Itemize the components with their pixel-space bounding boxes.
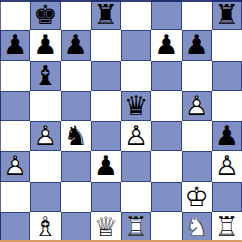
- black-pawn-icon: ♟: [61, 30, 91, 60]
- piece-black-pawn[interactable]: ♟: [212, 121, 242, 151]
- black-pawn-icon: ♟: [151, 30, 181, 60]
- square-a7[interactable]: ♟: [0, 30, 30, 60]
- square-b8[interactable]: ♚: [30, 0, 60, 30]
- square-b1[interactable]: ♝♗: [30, 212, 60, 242]
- white-pawn-outline-icon: ♙: [30, 121, 60, 151]
- square-d2[interactable]: [91, 182, 121, 212]
- square-f1[interactable]: [151, 212, 181, 242]
- piece-black-pawn[interactable]: ♟: [91, 151, 121, 181]
- square-e1[interactable]: ♜♖: [121, 212, 151, 242]
- white-king-outline-icon: ♔: [182, 182, 212, 212]
- piece-black-pawn[interactable]: ♟: [0, 30, 30, 60]
- piece-white-pawn[interactable]: ♟♙: [0, 151, 30, 181]
- square-g4[interactable]: [182, 121, 212, 151]
- white-queen-outline-icon: ♕: [91, 212, 121, 242]
- piece-black-bishop[interactable]: ♝: [30, 61, 60, 91]
- black-queen-icon: ♛: [121, 91, 151, 121]
- black-pawn-icon: ♟: [0, 30, 30, 60]
- square-f7[interactable]: ♟: [151, 30, 181, 60]
- piece-white-rook[interactable]: ♜♖: [121, 212, 151, 242]
- square-e2[interactable]: [121, 182, 151, 212]
- piece-black-pawn[interactable]: ♟: [30, 30, 60, 60]
- square-a3[interactable]: ♟♙: [0, 151, 30, 181]
- black-pawn-icon: ♟: [212, 121, 242, 151]
- piece-black-pawn[interactable]: ♟: [182, 30, 212, 60]
- square-f8[interactable]: [151, 0, 181, 30]
- square-c4[interactable]: ♞: [61, 121, 91, 151]
- square-g8[interactable]: [182, 0, 212, 30]
- white-rook-outline-icon: ♖: [121, 212, 151, 242]
- square-b2[interactable]: [30, 182, 60, 212]
- square-h8[interactable]: ♜: [212, 0, 242, 30]
- square-g3[interactable]: [182, 151, 212, 181]
- square-e7[interactable]: [121, 30, 151, 60]
- chess-board-window: ♚♜♜♟♟♟♟♟♝♛♟♙♟♙♞♟♙♟♟♙♟♟♙♚♔♝♗♛♕♜♖♞♘♜♖: [0, 0, 242, 242]
- square-h6[interactable]: [212, 61, 242, 91]
- square-d1[interactable]: ♛♕: [91, 212, 121, 242]
- piece-black-pawn[interactable]: ♟: [151, 30, 181, 60]
- square-h1[interactable]: ♜♖: [212, 212, 242, 242]
- square-d5[interactable]: [91, 91, 121, 121]
- square-e8[interactable]: [121, 0, 151, 30]
- piece-black-queen[interactable]: ♛: [121, 91, 151, 121]
- piece-white-pawn[interactable]: ♟♙: [30, 121, 60, 151]
- white-bishop-outline-icon: ♗: [30, 212, 60, 242]
- square-e6[interactable]: [121, 61, 151, 91]
- square-a1[interactable]: [0, 212, 30, 242]
- piece-black-king[interactable]: ♚: [30, 0, 60, 30]
- piece-white-pawn[interactable]: ♟♙: [212, 151, 242, 181]
- square-e5[interactable]: ♛: [121, 91, 151, 121]
- square-c1[interactable]: [61, 212, 91, 242]
- square-h5[interactable]: [212, 91, 242, 121]
- black-pawn-icon: ♟: [182, 30, 212, 60]
- square-b4[interactable]: ♟♙: [30, 121, 60, 151]
- square-g6[interactable]: [182, 61, 212, 91]
- square-g2[interactable]: ♚♔: [182, 182, 212, 212]
- white-pawn-outline-icon: ♙: [121, 121, 151, 151]
- square-g7[interactable]: ♟: [182, 30, 212, 60]
- square-b7[interactable]: ♟: [30, 30, 60, 60]
- board-left-edge: [0, 0, 1, 240]
- square-a5[interactable]: [0, 91, 30, 121]
- square-h4[interactable]: ♟: [212, 121, 242, 151]
- black-pawn-icon: ♟: [30, 30, 60, 60]
- board-top-edge: [0, 0, 242, 2]
- piece-white-knight[interactable]: ♞♘: [182, 212, 212, 242]
- piece-black-knight[interactable]: ♞: [61, 121, 91, 151]
- square-f6[interactable]: [151, 61, 181, 91]
- black-knight-icon: ♞: [61, 121, 91, 151]
- square-c6[interactable]: [61, 61, 91, 91]
- white-pawn-outline-icon: ♙: [182, 91, 212, 121]
- black-rook-icon: ♜: [91, 0, 121, 30]
- square-b6[interactable]: ♝: [30, 61, 60, 91]
- square-c5[interactable]: [61, 91, 91, 121]
- square-c8[interactable]: [61, 0, 91, 30]
- square-d7[interactable]: [91, 30, 121, 60]
- square-d4[interactable]: [91, 121, 121, 151]
- piece-black-rook[interactable]: ♜: [91, 0, 121, 30]
- square-h3[interactable]: ♟♙: [212, 151, 242, 181]
- piece-black-rook[interactable]: ♜: [212, 0, 242, 30]
- square-a6[interactable]: [0, 61, 30, 91]
- square-e4[interactable]: ♟♙: [121, 121, 151, 151]
- black-pawn-icon: ♟: [91, 151, 121, 181]
- piece-white-rook[interactable]: ♜♖: [212, 212, 242, 242]
- square-c2[interactable]: [61, 182, 91, 212]
- white-pawn-outline-icon: ♙: [212, 151, 242, 181]
- square-d3[interactable]: ♟: [91, 151, 121, 181]
- square-f2[interactable]: [151, 182, 181, 212]
- piece-white-pawn[interactable]: ♟♙: [182, 91, 212, 121]
- square-b3[interactable]: [30, 151, 60, 181]
- piece-white-bishop[interactable]: ♝♗: [30, 212, 60, 242]
- white-rook-outline-icon: ♖: [212, 212, 242, 242]
- square-d8[interactable]: ♜: [91, 0, 121, 30]
- square-c3[interactable]: [61, 151, 91, 181]
- black-rook-icon: ♜: [212, 0, 242, 30]
- piece-white-queen[interactable]: ♛♕: [91, 212, 121, 242]
- square-g5[interactable]: ♟♙: [182, 91, 212, 121]
- black-king-icon: ♚: [30, 0, 60, 30]
- square-d6[interactable]: [91, 61, 121, 91]
- square-f3[interactable]: [151, 151, 181, 181]
- square-c7[interactable]: ♟: [61, 30, 91, 60]
- piece-white-pawn[interactable]: ♟♙: [121, 121, 151, 151]
- chess-board: ♚♜♜♟♟♟♟♟♝♛♟♙♟♙♞♟♙♟♟♙♟♟♙♚♔♝♗♛♕♜♖♞♘♜♖: [0, 0, 242, 242]
- square-b5[interactable]: [30, 91, 60, 121]
- black-bishop-icon: ♝: [30, 61, 60, 91]
- piece-white-king[interactable]: ♚♔: [182, 182, 212, 212]
- square-g1[interactable]: ♞♘: [182, 212, 212, 242]
- square-a8[interactable]: [0, 0, 30, 30]
- piece-black-pawn[interactable]: ♟: [61, 30, 91, 60]
- square-h7[interactable]: [212, 30, 242, 60]
- square-h2[interactable]: [212, 182, 242, 212]
- square-f4[interactable]: [151, 121, 181, 151]
- square-f5[interactable]: [151, 91, 181, 121]
- square-a4[interactable]: [0, 121, 30, 151]
- white-pawn-outline-icon: ♙: [0, 151, 30, 181]
- square-e3[interactable]: [121, 151, 151, 181]
- square-a2[interactable]: [0, 182, 30, 212]
- white-knight-outline-icon: ♘: [182, 212, 212, 242]
